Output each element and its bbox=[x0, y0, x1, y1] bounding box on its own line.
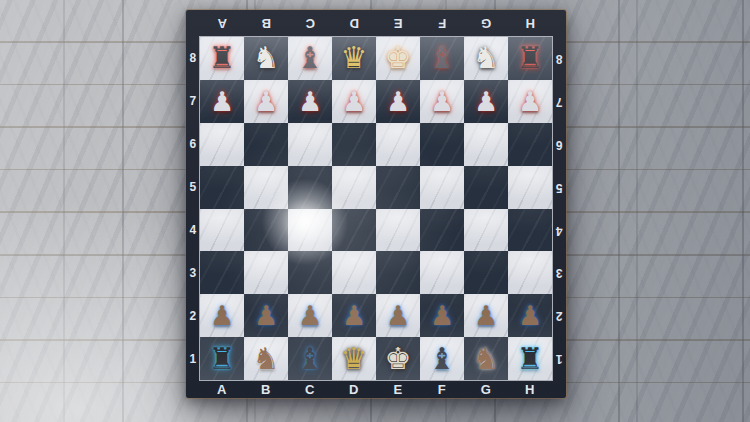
white-pawn[interactable]: ♟ bbox=[430, 302, 454, 329]
square-g3[interactable] bbox=[464, 251, 508, 294]
square-e3[interactable] bbox=[376, 251, 420, 294]
black-pawn[interactable]: ♟ bbox=[254, 88, 278, 115]
square-e7[interactable]: ♟ bbox=[376, 80, 420, 123]
rank-label: 1 bbox=[186, 337, 200, 380]
square-c6[interactable] bbox=[288, 123, 332, 166]
square-g7[interactable]: ♟ bbox=[464, 80, 508, 123]
rank-labels-left: 87654321 bbox=[186, 37, 200, 380]
black-pawn[interactable]: ♟ bbox=[474, 88, 498, 115]
square-b7[interactable]: ♟ bbox=[244, 80, 288, 123]
rank-label: 2 bbox=[552, 294, 566, 337]
square-a8[interactable]: ♜ bbox=[200, 37, 244, 80]
rank-label: 2 bbox=[186, 294, 200, 337]
square-d8[interactable]: ♛ bbox=[332, 37, 376, 80]
file-label: A bbox=[200, 380, 244, 398]
black-pawn[interactable]: ♟ bbox=[210, 88, 234, 115]
black-pawn[interactable]: ♟ bbox=[342, 88, 366, 115]
square-d3[interactable] bbox=[332, 251, 376, 294]
square-h5[interactable] bbox=[508, 166, 552, 209]
file-label: B bbox=[244, 380, 288, 398]
file-label: C bbox=[288, 380, 332, 398]
rank-labels-right: 87654321 bbox=[552, 37, 566, 380]
file-label: G bbox=[464, 10, 508, 37]
square-e5[interactable] bbox=[376, 166, 420, 209]
file-label: D bbox=[332, 380, 376, 398]
rank-label: 3 bbox=[552, 251, 566, 294]
square-h7[interactable]: ♟ bbox=[508, 80, 552, 123]
square-g1[interactable]: ♞ bbox=[464, 337, 508, 380]
black-bishop[interactable]: ♝ bbox=[297, 43, 324, 73]
square-d2[interactable]: ♟ bbox=[332, 294, 376, 337]
white-pawn[interactable]: ♟ bbox=[386, 302, 410, 329]
rank-label: 8 bbox=[552, 37, 566, 80]
white-pawn[interactable]: ♟ bbox=[254, 302, 278, 329]
rank-label: 6 bbox=[552, 123, 566, 166]
white-bishop[interactable]: ♝ bbox=[297, 344, 324, 374]
square-g8[interactable]: ♞ bbox=[464, 37, 508, 80]
square-b6[interactable] bbox=[244, 123, 288, 166]
square-d4[interactable] bbox=[332, 209, 376, 252]
square-b2[interactable]: ♟ bbox=[244, 294, 288, 337]
square-c2[interactable]: ♟ bbox=[288, 294, 332, 337]
square-d7[interactable]: ♟ bbox=[332, 80, 376, 123]
black-pawn[interactable]: ♟ bbox=[298, 88, 322, 115]
square-f5[interactable] bbox=[420, 166, 464, 209]
square-h6[interactable] bbox=[508, 123, 552, 166]
square-f4[interactable] bbox=[420, 209, 464, 252]
black-rook[interactable]: ♜ bbox=[209, 43, 236, 73]
square-a7[interactable]: ♟ bbox=[200, 80, 244, 123]
square-b1[interactable]: ♞ bbox=[244, 337, 288, 380]
square-e1[interactable]: ♚ bbox=[376, 337, 420, 380]
file-label: H bbox=[508, 10, 552, 37]
square-h4[interactable] bbox=[508, 209, 552, 252]
file-label: G bbox=[464, 380, 508, 398]
file-label: F bbox=[420, 10, 464, 37]
square-b3[interactable] bbox=[244, 251, 288, 294]
square-a4[interactable] bbox=[200, 209, 244, 252]
file-label: H bbox=[508, 380, 552, 398]
square-f7[interactable]: ♟ bbox=[420, 80, 464, 123]
square-c1[interactable]: ♝ bbox=[288, 337, 332, 380]
square-c3[interactable] bbox=[288, 251, 332, 294]
rank-label: 7 bbox=[552, 80, 566, 123]
white-knight[interactable]: ♞ bbox=[253, 344, 280, 374]
rank-label: 6 bbox=[186, 123, 200, 166]
white-pawn[interactable]: ♟ bbox=[474, 302, 498, 329]
square-h1[interactable]: ♜ bbox=[508, 337, 552, 380]
square-c5[interactable] bbox=[288, 166, 332, 209]
white-rook[interactable]: ♜ bbox=[209, 344, 236, 374]
file-label: A bbox=[200, 10, 244, 37]
file-label: D bbox=[332, 10, 376, 37]
square-d1[interactable]: ♛ bbox=[332, 337, 376, 380]
file-label: E bbox=[376, 380, 420, 398]
rank-label: 8 bbox=[186, 37, 200, 80]
rank-label: 4 bbox=[552, 209, 566, 252]
square-f2[interactable]: ♟ bbox=[420, 294, 464, 337]
square-h3[interactable] bbox=[508, 251, 552, 294]
square-h2[interactable]: ♟ bbox=[508, 294, 552, 337]
chess-board: ABCDEFGH ABCDEFGH 87654321 87654321 ♜♞♝♛… bbox=[186, 10, 566, 398]
black-knight[interactable]: ♞ bbox=[253, 43, 280, 73]
board-grid: ♜♞♝♛♚♝♞♜♟♟♟♟♟♟♟♟♟♟♟♟♟♟♟♟♜♞♝♛♚♝♞♜ bbox=[200, 37, 552, 380]
file-labels-bottom: ABCDEFGH bbox=[200, 380, 552, 398]
square-f8[interactable]: ♝ bbox=[420, 37, 464, 80]
square-e8[interactable]: ♚ bbox=[376, 37, 420, 80]
square-a5[interactable] bbox=[200, 166, 244, 209]
square-d5[interactable] bbox=[332, 166, 376, 209]
white-knight[interactable]: ♞ bbox=[473, 344, 500, 374]
black-pawn[interactable]: ♟ bbox=[430, 88, 454, 115]
square-e2[interactable]: ♟ bbox=[376, 294, 420, 337]
file-label: E bbox=[376, 10, 420, 37]
white-pawn[interactable]: ♟ bbox=[210, 302, 234, 329]
rank-label: 3 bbox=[186, 251, 200, 294]
white-king[interactable]: ♚ bbox=[385, 344, 412, 374]
square-g4[interactable] bbox=[464, 209, 508, 252]
square-e6[interactable] bbox=[376, 123, 420, 166]
square-b8[interactable]: ♞ bbox=[244, 37, 288, 80]
square-f3[interactable] bbox=[420, 251, 464, 294]
black-knight[interactable]: ♞ bbox=[473, 43, 500, 73]
white-pawn[interactable]: ♟ bbox=[298, 302, 322, 329]
black-pawn[interactable]: ♟ bbox=[518, 88, 542, 115]
square-e4[interactable] bbox=[376, 209, 420, 252]
square-b5[interactable] bbox=[244, 166, 288, 209]
square-c7[interactable]: ♟ bbox=[288, 80, 332, 123]
rank-label: 4 bbox=[186, 209, 200, 252]
square-d6[interactable] bbox=[332, 123, 376, 166]
square-a2[interactable]: ♟ bbox=[200, 294, 244, 337]
white-bishop[interactable]: ♝ bbox=[429, 344, 456, 374]
white-pawn[interactable]: ♟ bbox=[342, 302, 366, 329]
chess-game-scene: ABCDEFGH ABCDEFGH 87654321 87654321 ♜♞♝♛… bbox=[0, 0, 750, 422]
file-label: B bbox=[244, 10, 288, 37]
square-g6[interactable] bbox=[464, 123, 508, 166]
square-g2[interactable]: ♟ bbox=[464, 294, 508, 337]
rank-label: 5 bbox=[552, 166, 566, 209]
square-c8[interactable]: ♝ bbox=[288, 37, 332, 80]
file-label: F bbox=[420, 380, 464, 398]
black-rook[interactable]: ♜ bbox=[517, 43, 544, 73]
square-f6[interactable] bbox=[420, 123, 464, 166]
square-f1[interactable]: ♝ bbox=[420, 337, 464, 380]
square-h8[interactable]: ♜ bbox=[508, 37, 552, 80]
white-rook[interactable]: ♜ bbox=[517, 344, 544, 374]
black-bishop[interactable]: ♝ bbox=[429, 43, 456, 73]
square-g5[interactable] bbox=[464, 166, 508, 209]
rank-label: 5 bbox=[186, 166, 200, 209]
square-b4[interactable] bbox=[244, 209, 288, 252]
black-queen[interactable]: ♛ bbox=[341, 43, 368, 73]
square-a3[interactable] bbox=[200, 251, 244, 294]
black-king[interactable]: ♚ bbox=[385, 43, 412, 73]
square-a1[interactable]: ♜ bbox=[200, 337, 244, 380]
square-c4[interactable] bbox=[288, 209, 332, 252]
rank-label: 7 bbox=[186, 80, 200, 123]
rank-label: 1 bbox=[552, 337, 566, 380]
black-pawn[interactable]: ♟ bbox=[386, 88, 410, 115]
white-pawn[interactable]: ♟ bbox=[518, 302, 542, 329]
white-queen[interactable]: ♛ bbox=[341, 344, 368, 374]
file-label: C bbox=[288, 10, 332, 37]
file-labels-top: ABCDEFGH bbox=[200, 10, 552, 37]
square-a6[interactable] bbox=[200, 123, 244, 166]
